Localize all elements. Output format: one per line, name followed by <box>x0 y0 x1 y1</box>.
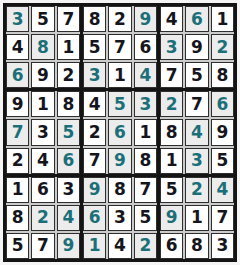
box-9: 524917683 <box>160 177 234 259</box>
cell-r1c7[interactable]: 4 <box>160 6 183 32</box>
cell-r1c6[interactable]: 9 <box>134 6 157 32</box>
cell-r3c2[interactable]: 9 <box>31 62 54 88</box>
cell-r1c2[interactable]: 5 <box>31 6 54 32</box>
cell-r6c9[interactable]: 5 <box>211 148 234 174</box>
cell-r6c1[interactable]: 2 <box>6 148 29 174</box>
cell-r4c6[interactable]: 3 <box>134 91 157 117</box>
cell-r6c5[interactable]: 9 <box>108 148 131 174</box>
sudoku-board: 3574816928295763144613927589187352464532… <box>3 3 237 262</box>
cell-r7c6[interactable]: 7 <box>134 177 157 203</box>
cell-r4c1[interactable]: 9 <box>6 91 29 117</box>
box-5: 453261798 <box>83 91 157 173</box>
cell-r1c8[interactable]: 6 <box>185 6 208 32</box>
box-3: 461392758 <box>160 6 234 88</box>
box-4: 918735246 <box>6 91 80 173</box>
cell-r1c9[interactable]: 1 <box>211 6 234 32</box>
cell-r3c9[interactable]: 8 <box>211 62 234 88</box>
cell-r4c2[interactable]: 1 <box>31 91 54 117</box>
cell-r1c5[interactable]: 2 <box>108 6 131 32</box>
cell-r1c1[interactable]: 3 <box>6 6 29 32</box>
cell-r2c1[interactable]: 4 <box>6 34 29 60</box>
cell-r7c5[interactable]: 8 <box>108 177 131 203</box>
cell-r4c3[interactable]: 8 <box>57 91 80 117</box>
cell-r6c3[interactable]: 6 <box>57 148 80 174</box>
cell-r7c8[interactable]: 2 <box>185 177 208 203</box>
cell-r5c3[interactable]: 5 <box>57 119 80 145</box>
cell-r9c7[interactable]: 6 <box>160 233 183 259</box>
cell-r9c5[interactable]: 4 <box>108 233 131 259</box>
cell-r4c9[interactable]: 6 <box>211 91 234 117</box>
cell-r7c3[interactable]: 3 <box>57 177 80 203</box>
cell-r5c2[interactable]: 3 <box>31 119 54 145</box>
cell-r8c1[interactable]: 8 <box>6 205 29 231</box>
cell-r8c7[interactable]: 9 <box>160 205 183 231</box>
cell-r5c5[interactable]: 6 <box>108 119 131 145</box>
cell-r9c4[interactable]: 1 <box>83 233 106 259</box>
cell-r5c7[interactable]: 8 <box>160 119 183 145</box>
box-8: 987635142 <box>83 177 157 259</box>
cell-r2c2[interactable]: 8 <box>31 34 54 60</box>
cell-r4c4[interactable]: 4 <box>83 91 106 117</box>
cell-r8c8[interactable]: 1 <box>185 205 208 231</box>
cell-r9c3[interactable]: 9 <box>57 233 80 259</box>
cell-r9c6[interactable]: 2 <box>134 233 157 259</box>
cell-r2c8[interactable]: 9 <box>185 34 208 60</box>
cell-r5c1[interactable]: 7 <box>6 119 29 145</box>
cell-r4c8[interactable]: 7 <box>185 91 208 117</box>
box-1: 357481692 <box>6 6 80 88</box>
cell-r8c2[interactable]: 2 <box>31 205 54 231</box>
cell-r8c9[interactable]: 7 <box>211 205 234 231</box>
cell-r4c5[interactable]: 5 <box>108 91 131 117</box>
cell-r9c2[interactable]: 7 <box>31 233 54 259</box>
cell-r2c3[interactable]: 1 <box>57 34 80 60</box>
cell-r3c8[interactable]: 5 <box>185 62 208 88</box>
cell-r5c8[interactable]: 4 <box>185 119 208 145</box>
box-7: 163824579 <box>6 177 80 259</box>
cell-r8c3[interactable]: 4 <box>57 205 80 231</box>
cell-r3c1[interactable]: 6 <box>6 62 29 88</box>
cell-r9c9[interactable]: 3 <box>211 233 234 259</box>
cell-r2c4[interactable]: 5 <box>83 34 106 60</box>
cell-r5c6[interactable]: 1 <box>134 119 157 145</box>
cell-r6c7[interactable]: 1 <box>160 148 183 174</box>
cell-r6c6[interactable]: 8 <box>134 148 157 174</box>
cell-r9c8[interactable]: 8 <box>185 233 208 259</box>
box-6: 276849135 <box>160 91 234 173</box>
cell-r2c5[interactable]: 7 <box>108 34 131 60</box>
cell-r1c3[interactable]: 7 <box>57 6 80 32</box>
cell-r7c7[interactable]: 5 <box>160 177 183 203</box>
cell-r7c4[interactable]: 9 <box>83 177 106 203</box>
cell-r6c4[interactable]: 7 <box>83 148 106 174</box>
cell-r3c5[interactable]: 1 <box>108 62 131 88</box>
box-2: 829576314 <box>83 6 157 88</box>
cell-r1c4[interactable]: 8 <box>83 6 106 32</box>
cell-r2c9[interactable]: 2 <box>211 34 234 60</box>
cell-r7c9[interactable]: 4 <box>211 177 234 203</box>
cell-r9c1[interactable]: 5 <box>6 233 29 259</box>
cell-r5c4[interactable]: 2 <box>83 119 106 145</box>
cell-r2c6[interactable]: 6 <box>134 34 157 60</box>
cell-r6c8[interactable]: 3 <box>185 148 208 174</box>
cell-r7c2[interactable]: 6 <box>31 177 54 203</box>
cell-r8c5[interactable]: 3 <box>108 205 131 231</box>
cell-r3c7[interactable]: 7 <box>160 62 183 88</box>
cell-r8c4[interactable]: 6 <box>83 205 106 231</box>
cell-r5c9[interactable]: 9 <box>211 119 234 145</box>
cell-r3c6[interactable]: 4 <box>134 62 157 88</box>
cell-r7c1[interactable]: 1 <box>6 177 29 203</box>
cell-r3c3[interactable]: 2 <box>57 62 80 88</box>
cell-r8c6[interactable]: 5 <box>134 205 157 231</box>
cell-r2c7[interactable]: 3 <box>160 34 183 60</box>
cell-r4c7[interactable]: 2 <box>160 91 183 117</box>
cell-r6c2[interactable]: 4 <box>31 148 54 174</box>
cell-r3c4[interactable]: 3 <box>83 62 106 88</box>
